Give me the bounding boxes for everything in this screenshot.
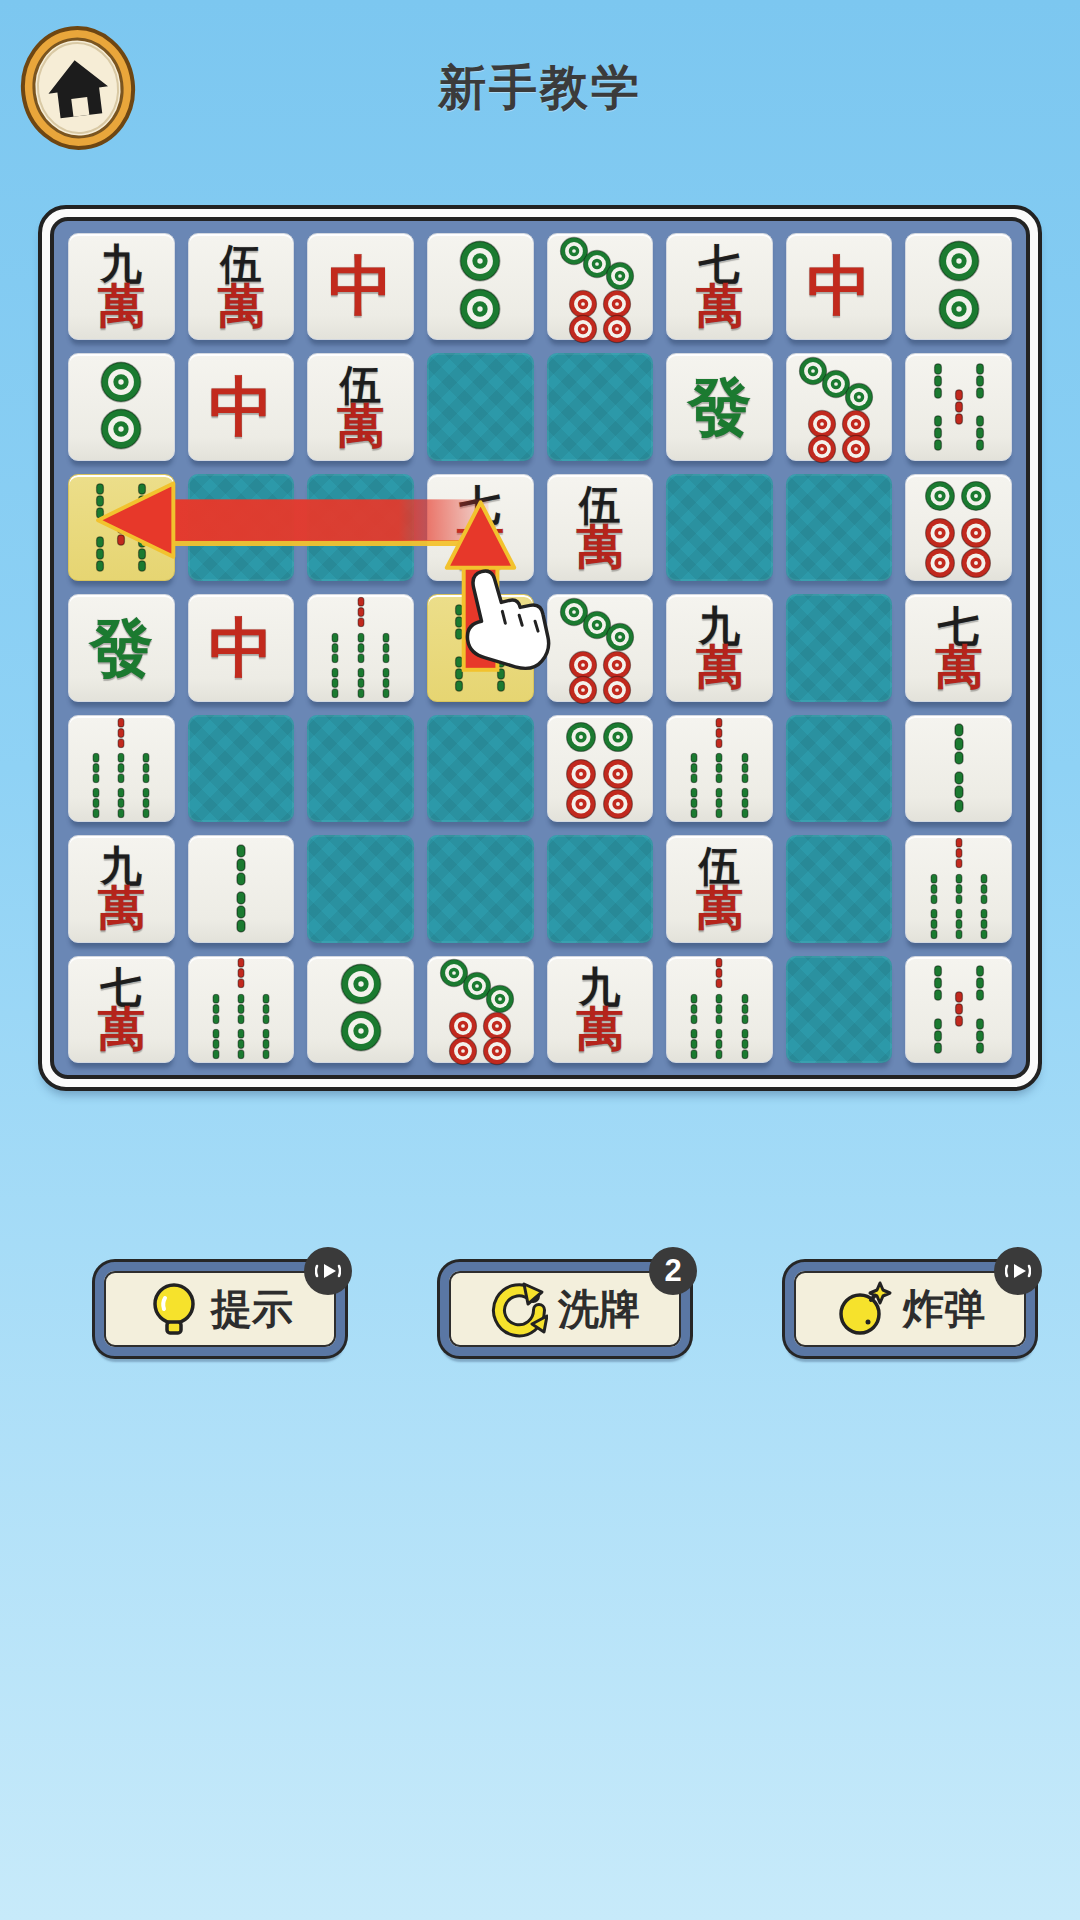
tile-5m[interactable]: 伍萬 [666, 835, 773, 942]
bamboo-pip [90, 788, 102, 819]
bamboo-pip [93, 536, 107, 572]
tile-face-characters: 發 [69, 595, 174, 700]
bamboo-pip [494, 604, 508, 640]
tile-face-characters: 中 [787, 234, 892, 339]
tile-2p[interactable] [307, 956, 414, 1063]
bamboo-pip [688, 994, 700, 1025]
tile-7s[interactable] [666, 956, 773, 1063]
dot-pip [448, 1036, 479, 1067]
bamboo-pip [380, 632, 392, 663]
bomb-label: 炸弹 [903, 1282, 985, 1337]
bamboo-pip [210, 994, 222, 1025]
tile-face-characters: 中 [308, 234, 413, 339]
bamboo-pip [494, 656, 508, 692]
empty-cell [427, 715, 534, 822]
tile-7s[interactable] [68, 715, 175, 822]
dot-pip [564, 757, 597, 790]
dot-pip [923, 547, 956, 580]
tile-face-characters: 七萬 [906, 595, 1011, 700]
tile-5s[interactable] [68, 474, 175, 581]
tile-6p[interactable] [547, 715, 654, 822]
tile-face-characters: 九萬 [667, 595, 772, 700]
tile-7m[interactable]: 七萬 [68, 956, 175, 1063]
bamboo-pip [739, 1029, 751, 1060]
bamboo-pip [93, 483, 107, 519]
empty-cell [786, 956, 893, 1063]
bamboo-pip [713, 1029, 725, 1060]
tile-5s[interactable] [905, 353, 1012, 460]
bamboo-pip [713, 788, 725, 819]
bomb-video-badge [994, 1247, 1042, 1295]
tutorial-screen: { "game": "mahjong tile matching (连连看-st… [0, 0, 1080, 1920]
bamboo-pip [952, 389, 966, 425]
bamboo-pip [115, 717, 127, 748]
dot-pip [481, 1036, 512, 1067]
tile-face-characters: 伍萬 [667, 836, 772, 941]
bamboo-pip [210, 1029, 222, 1060]
tile-7m[interactable]: 七萬 [905, 594, 1012, 701]
tile-2p[interactable] [427, 233, 534, 340]
bamboo-pip [952, 991, 966, 1027]
tile-RD[interactable]: 中 [786, 233, 893, 340]
empty-cell [547, 835, 654, 942]
shuffle-button[interactable]: 洗牌 2 [440, 1262, 690, 1356]
bamboo-pip [739, 753, 751, 784]
bamboo-pip [739, 994, 751, 1025]
empty-cell [786, 835, 893, 942]
bamboo-pip [713, 753, 725, 784]
dot-pip [338, 961, 383, 1006]
dot-pip [99, 359, 144, 404]
bamboo-pip [953, 908, 965, 939]
dot-pip [960, 516, 993, 549]
bamboo-pip [355, 632, 367, 663]
bamboo-pip [739, 788, 751, 819]
dot-pip [458, 286, 503, 331]
tile-5m[interactable]: 伍萬 [188, 233, 295, 340]
tile-6p[interactable] [905, 474, 1012, 581]
dot-pip [604, 261, 635, 292]
empty-cell [786, 715, 893, 822]
empty-cell [307, 715, 414, 822]
empty-cell [427, 835, 534, 942]
dot-pip [458, 239, 503, 284]
bamboo-pip [140, 753, 152, 784]
bamboo-pip [973, 415, 987, 451]
tile-face-characters: 伍萬 [548, 475, 653, 580]
tile-RD[interactable]: 中 [188, 353, 295, 460]
bamboo-pip [329, 667, 341, 698]
dot-pip [601, 675, 632, 706]
dot-pip [568, 675, 599, 706]
page-title: 新手教学 [0, 56, 1080, 120]
bamboo-pip [233, 844, 248, 886]
dot-pip [843, 381, 874, 412]
tile-5m[interactable]: 伍萬 [307, 353, 414, 460]
tile-5m[interactable]: 伍萬 [547, 474, 654, 581]
dot-pip [923, 516, 956, 549]
bamboo-pip [978, 908, 990, 939]
tile-7p[interactable] [547, 233, 654, 340]
game-board: 九萬伍萬中 七萬中 [38, 205, 1042, 1091]
empty-cell [307, 474, 414, 581]
tile-2s[interactable] [188, 835, 295, 942]
dot-pip [601, 757, 634, 790]
bamboo-pip [235, 958, 247, 989]
dot-pip [807, 434, 838, 465]
dot-pip [960, 479, 993, 512]
tile-9m[interactable]: 九萬 [666, 594, 773, 701]
tile-7s[interactable] [307, 594, 414, 701]
bamboo-pip [235, 994, 247, 1025]
tile-face-characters: 伍萬 [189, 234, 294, 339]
dot-pip [568, 313, 599, 344]
tile-face-characters: 九萬 [548, 957, 653, 1062]
bamboo-pip [114, 510, 128, 546]
bomb-icon [835, 1280, 893, 1338]
dot-pip [923, 479, 956, 512]
tile-2p[interactable] [905, 233, 1012, 340]
tile-2p[interactable] [68, 353, 175, 460]
tile-7p[interactable] [786, 353, 893, 460]
dot-pip [840, 434, 871, 465]
bamboo-pip [90, 753, 102, 784]
dot-pip [601, 720, 634, 753]
tile-face-characters: 中 [189, 354, 294, 459]
bomb-button[interactable]: 炸弹 [785, 1262, 1035, 1356]
bamboo-pip [973, 363, 987, 399]
bamboo-pip [931, 415, 945, 451]
dot-pip [960, 547, 993, 580]
tile-7m[interactable]: 七萬 [666, 233, 773, 340]
bamboo-pip [355, 597, 367, 628]
bamboo-pip [978, 873, 990, 904]
tile-grid: 九萬伍萬中 七萬中 [68, 233, 1012, 1063]
bamboo-pip [713, 717, 725, 748]
empty-cell [666, 474, 773, 581]
bamboo-pip [928, 908, 940, 939]
tile-7m[interactable]: 七萬 [427, 474, 534, 581]
hint-label: 提示 [211, 1282, 293, 1337]
dot-pip [936, 239, 981, 284]
bamboo-pip [329, 632, 341, 663]
bamboo-pip [380, 667, 392, 698]
board-felt: 九萬伍萬中 七萬中 [50, 217, 1030, 1079]
bamboo-pip [688, 788, 700, 819]
tile-face-characters: 七萬 [667, 234, 772, 339]
shuffle-label: 洗牌 [558, 1282, 640, 1337]
bamboo-pip [115, 788, 127, 819]
bamboo-pip [973, 1018, 987, 1054]
tile-face-characters: 九萬 [69, 234, 174, 339]
bamboo-pip [473, 630, 487, 666]
tile-9m[interactable]: 九萬 [68, 233, 175, 340]
bamboo-pip [260, 994, 272, 1025]
empty-cell [307, 835, 414, 942]
tile-7p[interactable] [427, 956, 534, 1063]
tile-7s[interactable] [666, 715, 773, 822]
tile-7s[interactable] [188, 956, 295, 1063]
bamboo-pip [931, 1018, 945, 1054]
dot-pip [99, 407, 144, 452]
empty-cell [786, 594, 893, 701]
shuffle-count-badge: 2 [649, 1247, 697, 1295]
bamboo-pip [233, 891, 248, 933]
dot-pip [601, 788, 634, 821]
shuffle-icon [490, 1280, 548, 1338]
bamboo-pip [355, 667, 367, 698]
hint-video-badge [304, 1247, 352, 1295]
tile-RD[interactable]: 中 [188, 594, 295, 701]
tile-GD[interactable]: 發 [666, 353, 773, 460]
tile-5s[interactable] [905, 956, 1012, 1063]
tile-7s[interactable] [905, 835, 1012, 942]
bamboo-pip [951, 771, 966, 813]
bamboo-pip [235, 1029, 247, 1060]
lightbulb-icon [147, 1280, 201, 1338]
bamboo-pip [973, 965, 987, 1001]
dot-pip [564, 788, 597, 821]
bamboo-pip [140, 788, 152, 819]
dot-pip [604, 622, 635, 653]
dot-pip [564, 720, 597, 753]
empty-cell [786, 474, 893, 581]
bamboo-pip [688, 753, 700, 784]
tile-face-characters: 七萬 [69, 957, 174, 1062]
dot-pip [936, 286, 981, 331]
bamboo-pip [135, 483, 149, 519]
bamboo-pip [953, 838, 965, 869]
hint-button[interactable]: 提示 [95, 1262, 345, 1356]
tile-9m[interactable]: 九萬 [547, 956, 654, 1063]
bamboo-pip [135, 536, 149, 572]
bamboo-pip [713, 958, 725, 989]
tile-2s[interactable] [905, 715, 1012, 822]
tile-face-characters: 中 [189, 595, 294, 700]
tile-7p[interactable] [547, 594, 654, 701]
bamboo-pip [928, 873, 940, 904]
empty-cell [188, 474, 295, 581]
tile-9m[interactable]: 九萬 [68, 835, 175, 942]
bamboo-pip [688, 1029, 700, 1060]
empty-cell [188, 715, 295, 822]
dot-pip [338, 1009, 383, 1054]
dot-pip [485, 983, 516, 1014]
bamboo-pip [931, 965, 945, 1001]
empty-cell [427, 353, 534, 460]
empty-cell [547, 353, 654, 460]
bamboo-pip [115, 753, 127, 784]
dot-pip [601, 313, 632, 344]
tile-face-characters: 九萬 [69, 836, 174, 941]
bamboo-pip [953, 873, 965, 904]
bamboo-pip [951, 723, 966, 765]
tile-face-characters: 發 [667, 354, 772, 459]
bamboo-pip [931, 363, 945, 399]
home-coin-icon [16, 140, 140, 155]
tile-RD[interactable]: 中 [307, 233, 414, 340]
tile-GD[interactable]: 發 [68, 594, 175, 701]
bamboo-pip [452, 604, 466, 640]
bamboo-pip [260, 1029, 272, 1060]
tile-5s[interactable] [427, 594, 534, 701]
bamboo-pip [452, 656, 466, 692]
tile-face-characters: 伍萬 [308, 354, 413, 459]
tile-face-characters: 七萬 [428, 475, 533, 580]
bamboo-pip [713, 994, 725, 1025]
